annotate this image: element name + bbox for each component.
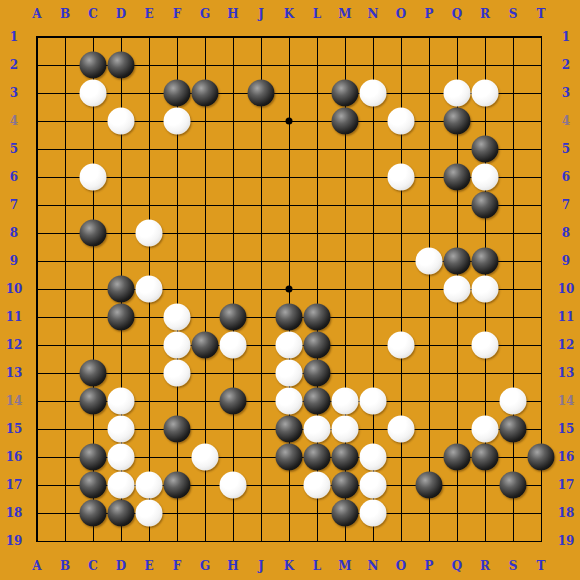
white-stone-E8: [136, 220, 163, 247]
row-label-left-2: 2: [10, 59, 18, 71]
row-label-right-9: 9: [562, 255, 570, 267]
column-label-top-B: B: [60, 8, 70, 20]
column-label-top-J: J: [258, 8, 264, 20]
row-label-left-5: 5: [10, 143, 18, 155]
column-label-top-H: H: [227, 8, 238, 20]
row-label-right-17: 17: [558, 479, 575, 491]
black-stone-L11: [304, 304, 331, 331]
black-stone-L13: [304, 360, 331, 387]
black-stone-T16: [528, 444, 555, 471]
row-label-left-4: 4: [10, 115, 18, 127]
black-stone-M17: [332, 472, 359, 499]
column-label-top-F: F: [173, 8, 182, 20]
column-label-top-D: D: [116, 8, 126, 20]
white-stone-R12: [472, 332, 499, 359]
column-label-bottom-Q: Q: [452, 560, 462, 572]
row-label-right-1: 1: [562, 31, 570, 43]
white-stone-F11: [164, 304, 191, 331]
white-stone-F4: [164, 108, 191, 135]
white-stone-N16: [360, 444, 387, 471]
white-stone-D4: [108, 108, 135, 135]
black-stone-C14: [80, 388, 107, 415]
column-label-bottom-K: K: [284, 560, 294, 572]
white-stone-D15: [108, 416, 135, 443]
black-stone-G3: [192, 80, 219, 107]
black-stone-R7: [472, 192, 499, 219]
row-label-left-12: 12: [6, 339, 23, 351]
white-stone-E17: [136, 472, 163, 499]
white-stone-D17: [108, 472, 135, 499]
black-stone-J3: [248, 80, 275, 107]
row-label-right-8: 8: [562, 227, 570, 239]
column-label-bottom-M: M: [338, 560, 351, 572]
row-label-left-6: 6: [10, 171, 18, 183]
black-stone-C17: [80, 472, 107, 499]
column-label-top-O: O: [396, 8, 406, 20]
column-label-bottom-D: D: [116, 560, 126, 572]
black-stone-M4: [332, 108, 359, 135]
column-label-top-R: R: [480, 8, 490, 20]
column-label-bottom-B: B: [60, 560, 70, 572]
column-label-top-G: G: [200, 8, 210, 20]
black-stone-L16: [304, 444, 331, 471]
white-stone-K13: [276, 360, 303, 387]
black-stone-M3: [332, 80, 359, 107]
black-stone-P17: [416, 472, 443, 499]
black-stone-H14: [220, 388, 247, 415]
black-stone-K15: [276, 416, 303, 443]
row-label-right-15: 15: [558, 423, 575, 435]
column-label-bottom-N: N: [368, 560, 379, 572]
row-label-left-13: 13: [6, 367, 23, 379]
column-label-top-T: T: [537, 8, 546, 20]
white-stone-R15: [472, 416, 499, 443]
white-stone-P9: [416, 248, 443, 275]
row-label-left-11: 11: [6, 311, 23, 323]
white-stone-R3: [472, 80, 499, 107]
row-label-left-1: 1: [10, 31, 18, 43]
black-stone-K11: [276, 304, 303, 331]
white-stone-S14: [500, 388, 527, 415]
row-label-left-7: 7: [10, 199, 18, 211]
black-stone-R16: [472, 444, 499, 471]
row-label-right-7: 7: [562, 199, 570, 211]
column-label-bottom-H: H: [227, 560, 238, 572]
white-stone-O12: [388, 332, 415, 359]
white-stone-O4: [388, 108, 415, 135]
column-label-top-P: P: [424, 8, 433, 20]
white-stone-Q3: [444, 80, 471, 107]
black-stone-D10: [108, 276, 135, 303]
black-stone-S15: [500, 416, 527, 443]
white-stone-R6: [472, 164, 499, 191]
row-label-right-19: 19: [558, 535, 575, 547]
row-label-left-17: 17: [6, 479, 23, 491]
white-stone-H12: [220, 332, 247, 359]
column-label-bottom-F: F: [173, 560, 182, 572]
row-label-left-10: 10: [6, 283, 23, 295]
black-stone-D2: [108, 52, 135, 79]
column-label-bottom-R: R: [480, 560, 490, 572]
black-stone-L14: [304, 388, 331, 415]
black-stone-Q4: [444, 108, 471, 135]
white-stone-E18: [136, 500, 163, 527]
white-stone-D16: [108, 444, 135, 471]
row-label-right-13: 13: [558, 367, 575, 379]
column-label-top-S: S: [509, 8, 518, 20]
black-stone-L12: [304, 332, 331, 359]
black-stone-R5: [472, 136, 499, 163]
row-label-left-8: 8: [10, 227, 18, 239]
row-label-right-4: 4: [562, 115, 570, 127]
row-label-right-16: 16: [558, 451, 575, 463]
black-stone-C2: [80, 52, 107, 79]
row-label-right-14: 14: [558, 395, 575, 407]
white-stone-N17: [360, 472, 387, 499]
black-stone-C16: [80, 444, 107, 471]
column-label-top-M: M: [338, 8, 351, 20]
row-label-left-9: 9: [10, 255, 18, 267]
black-stone-K16: [276, 444, 303, 471]
row-label-right-12: 12: [558, 339, 575, 351]
black-stone-R9: [472, 248, 499, 275]
column-label-bottom-S: S: [509, 560, 518, 572]
column-label-bottom-C: C: [88, 560, 98, 572]
column-label-bottom-G: G: [200, 560, 210, 572]
white-stone-G16: [192, 444, 219, 471]
column-label-bottom-E: E: [144, 560, 153, 572]
black-stone-S17: [500, 472, 527, 499]
white-stone-F13: [164, 360, 191, 387]
column-label-bottom-T: T: [537, 560, 546, 572]
row-label-left-14: 14: [6, 395, 23, 407]
column-label-bottom-J: J: [258, 560, 264, 572]
white-stone-E10: [136, 276, 163, 303]
column-label-top-N: N: [368, 8, 379, 20]
row-label-right-2: 2: [562, 59, 570, 71]
row-label-right-5: 5: [562, 143, 570, 155]
white-stone-R10: [472, 276, 499, 303]
white-stone-Q10: [444, 276, 471, 303]
white-stone-N3: [360, 80, 387, 107]
white-stone-F12: [164, 332, 191, 359]
go-board[interactable]: AABBCCDDEEFFGGHHJJKKLLMMNNOOPPQQRRSSTT11…: [0, 0, 580, 580]
row-label-right-11: 11: [558, 311, 575, 323]
column-label-top-E: E: [144, 8, 153, 20]
column-label-bottom-P: P: [424, 560, 433, 572]
black-stone-D11: [108, 304, 135, 331]
star-point-K4: [286, 118, 293, 125]
white-stone-K12: [276, 332, 303, 359]
column-label-top-A: A: [32, 8, 41, 20]
white-stone-O15: [388, 416, 415, 443]
row-label-right-18: 18: [558, 507, 575, 519]
column-label-top-C: C: [88, 8, 98, 20]
white-stone-K14: [276, 388, 303, 415]
black-stone-C8: [80, 220, 107, 247]
white-stone-D14: [108, 388, 135, 415]
column-label-top-Q: Q: [452, 8, 462, 20]
black-stone-Q6: [444, 164, 471, 191]
black-stone-Q16: [444, 444, 471, 471]
row-label-right-6: 6: [562, 171, 570, 183]
white-stone-L15: [304, 416, 331, 443]
white-stone-H17: [220, 472, 247, 499]
white-stone-C6: [80, 164, 107, 191]
white-stone-O6: [388, 164, 415, 191]
row-label-right-10: 10: [558, 283, 575, 295]
row-label-left-18: 18: [6, 507, 23, 519]
star-point-K10: [286, 286, 293, 293]
column-label-top-K: K: [284, 8, 294, 20]
black-stone-C13: [80, 360, 107, 387]
column-label-bottom-O: O: [396, 560, 406, 572]
column-label-bottom-A: A: [32, 560, 41, 572]
white-stone-C3: [80, 80, 107, 107]
column-label-top-L: L: [313, 8, 321, 20]
white-stone-N18: [360, 500, 387, 527]
black-stone-F17: [164, 472, 191, 499]
black-stone-C18: [80, 500, 107, 527]
white-stone-M15: [332, 416, 359, 443]
black-stone-M16: [332, 444, 359, 471]
column-label-bottom-L: L: [313, 560, 321, 572]
white-stone-M14: [332, 388, 359, 415]
black-stone-Q9: [444, 248, 471, 275]
row-label-right-3: 3: [562, 87, 570, 99]
black-stone-F15: [164, 416, 191, 443]
black-stone-G12: [192, 332, 219, 359]
row-label-left-19: 19: [6, 535, 23, 547]
row-label-left-3: 3: [10, 87, 18, 99]
row-label-left-15: 15: [6, 423, 23, 435]
white-stone-N14: [360, 388, 387, 415]
black-stone-F3: [164, 80, 191, 107]
row-label-left-16: 16: [6, 451, 23, 463]
black-stone-M18: [332, 500, 359, 527]
black-stone-D18: [108, 500, 135, 527]
black-stone-H11: [220, 304, 247, 331]
white-stone-L17: [304, 472, 331, 499]
